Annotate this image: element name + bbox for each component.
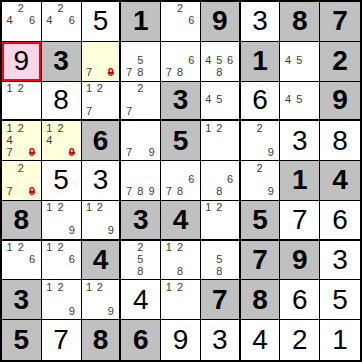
candidate-grid: 129 (84, 281, 117, 317)
candidate-digit: 7 (163, 67, 174, 79)
empty-candidate-slot (243, 174, 254, 186)
candidate-digit: 6 (186, 55, 197, 67)
sudoku-cell-r5c4[interactable]: 789 (121, 161, 161, 201)
empty-candidate-slot (203, 146, 214, 158)
candidate-digit: 7 (123, 146, 134, 158)
sudoku-cell-r4c5[interactable]: 5 (161, 121, 201, 161)
empty-candidate-slot (186, 254, 197, 266)
empty-candidate-slot (254, 174, 265, 186)
sudoku-cell-r7c2[interactable]: 126 (42, 241, 82, 281)
empty-candidate-slot (305, 94, 316, 106)
sudoku-cell-r8c7[interactable]: 8 (241, 280, 281, 320)
candidate-grid: 1249 (44, 122, 78, 158)
candidate-digit: 4 (203, 55, 214, 67)
solved-digit: 6 (252, 86, 268, 114)
empty-candidate-slot (174, 27, 185, 39)
candidate-digit: 4 (44, 134, 55, 146)
sudoku-cell-r5c1[interactable]: 279 (2, 161, 42, 201)
candidate-digit: 1 (203, 202, 214, 214)
candidate-grid: 129 (84, 202, 117, 237)
given-digit: 6 (133, 326, 149, 354)
empty-candidate-slot (163, 305, 174, 317)
empty-candidate-slot (55, 134, 66, 146)
empty-candidate-slot (44, 146, 55, 158)
sudoku-cell-r3c1[interactable]: 12 (2, 82, 42, 122)
sudoku-cell-r7c6[interactable]: 58 (201, 241, 241, 281)
empty-candidate-slot (123, 254, 134, 266)
candidate-grid: 578 (123, 43, 157, 79)
empty-candidate-slot (243, 146, 254, 158)
sudoku-cell-r8c2[interactable]: 129 (42, 280, 82, 320)
candidate-grid: 127 (84, 83, 117, 118)
empty-candidate-slot (84, 293, 95, 305)
empty-candidate-slot (55, 15, 66, 27)
empty-candidate-slot (214, 83, 225, 95)
empty-candidate-slot (174, 305, 185, 317)
sudoku-cell-r1c4[interactable]: 1 (121, 2, 161, 42)
candidate-digit: 1 (163, 281, 174, 293)
sudoku-cell-r5c8[interactable]: 1 (280, 161, 320, 201)
empty-candidate-slot (84, 225, 95, 237)
sudoku-cell-r4c6[interactable]: 12 (201, 121, 241, 161)
given-digit: 8 (14, 206, 30, 234)
empty-candidate-slot (146, 94, 157, 106)
sudoku-cell-r3c7[interactable]: 6 (241, 82, 281, 122)
solved-digit: 3 (93, 166, 109, 194)
empty-candidate-slot (163, 27, 174, 39)
sudoku-cell-r1c7[interactable]: 3 (241, 2, 281, 42)
empty-candidate-slot (265, 162, 276, 174)
empty-candidate-slot (146, 162, 157, 174)
given-digit: 6 (93, 127, 109, 155)
empty-candidate-slot (44, 27, 55, 39)
empty-candidate-slot (186, 186, 197, 198)
empty-candidate-slot (94, 43, 105, 55)
empty-candidate-slot (294, 83, 305, 95)
candidate-digit: 2 (214, 122, 225, 134)
solved-digit: 5 (53, 166, 69, 194)
empty-candidate-slot (243, 134, 254, 146)
candidate-digit: 9 (265, 186, 276, 198)
candidate-digit: 7 (4, 146, 15, 158)
empty-candidate-slot (294, 67, 305, 79)
sudoku-cell-r8c5[interactable]: 12 (161, 280, 201, 320)
empty-candidate-slot (4, 106, 15, 118)
empty-candidate-slot (105, 202, 116, 214)
sudoku-cell-r9c8[interactable]: 2 (280, 320, 320, 360)
empty-candidate-slot (225, 122, 236, 134)
sudoku-cell-r8c8[interactable]: 6 (280, 280, 320, 320)
empty-candidate-slot (123, 134, 134, 146)
empty-candidate-slot (214, 134, 225, 146)
sudoku-cell-r2c8[interactable]: 45 (280, 42, 320, 82)
empty-candidate-slot (146, 122, 157, 134)
candidate-digit: 8 (174, 67, 185, 79)
empty-candidate-slot (55, 213, 66, 225)
solved-digit: 9 (173, 326, 189, 354)
candidate-digit: 2 (174, 3, 185, 15)
sudoku-cell-r4c9[interactable]: 8 (320, 121, 360, 161)
empty-candidate-slot (305, 83, 316, 95)
empty-candidate-slot (135, 106, 146, 118)
empty-candidate-slot (203, 242, 214, 254)
sudoku-cell-r5c3[interactable]: 3 (82, 161, 122, 201)
empty-candidate-slot (225, 162, 236, 174)
empty-candidate-slot (214, 43, 225, 55)
candidate-digit: 2 (254, 162, 265, 174)
empty-candidate-slot (27, 242, 38, 254)
candidate-digit: 6 (186, 174, 197, 186)
sudoku-cell-r1c9[interactable]: 7 (320, 2, 360, 42)
sudoku-cell-r6c8[interactable]: 7 (280, 201, 320, 241)
sudoku-cell-r5c2[interactable]: 5 (42, 161, 82, 201)
empty-candidate-slot (135, 146, 146, 158)
candidate-digit: 8 (135, 186, 146, 198)
empty-candidate-slot (84, 55, 95, 67)
empty-candidate-slot (44, 293, 55, 305)
empty-candidate-slot (94, 293, 105, 305)
empty-candidate-slot (66, 213, 77, 225)
eliminated-candidate-digit: 9 (66, 146, 77, 158)
sudoku-cell-r5c6[interactable]: 68 (201, 161, 241, 201)
sudoku-cell-r4c2[interactable]: 1249 (42, 121, 82, 161)
sudoku-cell-r7c8[interactable]: 9 (280, 241, 320, 281)
candidate-grid: 789 (123, 162, 157, 198)
empty-candidate-slot (55, 293, 66, 305)
empty-candidate-slot (254, 146, 265, 158)
candidate-digit: 7 (84, 67, 95, 79)
empty-candidate-slot (4, 162, 15, 174)
empty-candidate-slot (135, 43, 146, 55)
empty-candidate-slot (15, 106, 26, 118)
sudoku-cell-r8c4[interactable]: 4 (121, 280, 161, 320)
empty-candidate-slot (225, 67, 236, 79)
sudoku-cell-r8c9[interactable]: 5 (320, 280, 360, 320)
sudoku-cell-r1c1[interactable]: 246 (2, 2, 42, 42)
sudoku-cell-r3c2[interactable]: 8 (42, 82, 82, 122)
sudoku-cell-r3c4[interactable]: 27 (121, 82, 161, 122)
sudoku-cell-r4c8[interactable]: 3 (280, 121, 320, 161)
empty-candidate-slot (15, 266, 26, 278)
empty-candidate-slot (225, 43, 236, 55)
sudoku-cell-r2c9[interactable]: 2 (320, 42, 360, 82)
empty-candidate-slot (55, 254, 66, 266)
candidate-digit: 4 (4, 15, 15, 27)
empty-candidate-slot (186, 305, 197, 317)
empty-candidate-slot (282, 106, 293, 118)
empty-candidate-slot (4, 27, 15, 39)
sudoku-cell-r8c1[interactable]: 3 (2, 280, 42, 320)
sudoku-cell-r5c7[interactable]: 29 (241, 161, 281, 201)
given-digit: 1 (252, 47, 268, 75)
sudoku-cell-r7c9[interactable]: 3 (320, 241, 360, 281)
sudoku-cell-r8c6[interactable]: 7 (201, 280, 241, 320)
candidate-digit: 6 (66, 15, 77, 27)
empty-candidate-slot (186, 67, 197, 79)
candidate-digit: 2 (94, 202, 105, 214)
sudoku-cell-r7c7[interactable]: 7 (241, 241, 281, 281)
empty-candidate-slot (163, 15, 174, 27)
candidate-grid: 246 (44, 3, 78, 39)
given-digit: 7 (212, 286, 228, 314)
sudoku-cell-r2c4[interactable]: 578 (121, 42, 161, 82)
candidate-digit: 2 (15, 83, 26, 95)
empty-candidate-slot (174, 55, 185, 67)
candidate-digit: 2 (94, 281, 105, 293)
candidate-digit: 4 (44, 15, 55, 27)
sudoku-cell-r1c2[interactable]: 246 (42, 2, 82, 42)
empty-candidate-slot (94, 305, 105, 317)
empty-candidate-slot (225, 213, 236, 225)
empty-candidate-slot (27, 94, 38, 106)
sudoku-cell-r9c4[interactable]: 6 (121, 320, 161, 360)
sudoku-cell-r9c1[interactable]: 5 (2, 320, 42, 360)
given-digit: 4 (332, 166, 348, 194)
empty-candidate-slot (27, 106, 38, 118)
empty-candidate-slot (15, 146, 26, 158)
empty-candidate-slot (27, 83, 38, 95)
solved-digit: 8 (53, 86, 69, 114)
sudoku-cell-r2c2[interactable]: 3 (42, 42, 82, 82)
empty-candidate-slot (15, 134, 26, 146)
candidate-grid: 129 (44, 281, 78, 317)
sudoku-cell-r3c9[interactable]: 9 (320, 82, 360, 122)
candidate-digit: 7 (163, 186, 174, 198)
empty-candidate-slot (174, 162, 185, 174)
empty-candidate-slot (15, 15, 26, 27)
sudoku-cell-r6c2[interactable]: 129 (42, 201, 82, 241)
candidate-digit: 2 (55, 202, 66, 214)
candidate-grid: 79 (123, 122, 157, 158)
empty-candidate-slot (84, 94, 95, 106)
candidate-digit: 1 (4, 83, 15, 95)
empty-candidate-slot (186, 43, 197, 55)
empty-candidate-slot (265, 134, 276, 146)
sudoku-cell-r2c6[interactable]: 4568 (201, 42, 241, 82)
sudoku-cell-r4c7[interactable]: 29 (241, 121, 281, 161)
candidate-grid: 126 (44, 242, 78, 278)
empty-candidate-slot (305, 67, 316, 79)
given-digit: 1 (292, 166, 308, 194)
sudoku-cell-r7c5[interactable]: 128 (161, 241, 201, 281)
sudoku-cell-r3c8[interactable]: 45 (280, 82, 320, 122)
sudoku-cell-r5c9[interactable]: 4 (320, 161, 360, 201)
empty-candidate-slot (123, 43, 134, 55)
empty-candidate-slot (123, 94, 134, 106)
empty-candidate-slot (123, 162, 134, 174)
sudoku-cell-r3c5[interactable]: 3 (161, 82, 201, 122)
solved-digit: 3 (212, 326, 228, 354)
empty-candidate-slot (4, 94, 15, 106)
given-digit: 3 (173, 86, 189, 114)
candidate-digit: 2 (15, 3, 26, 15)
candidate-digit: 8 (214, 266, 225, 278)
sudoku-cell-r6c5[interactable]: 4 (161, 201, 201, 241)
sudoku-cell-r3c3[interactable]: 127 (82, 82, 122, 122)
solved-digit: 2 (292, 326, 308, 354)
sudoku-cell-r5c5[interactable]: 678 (161, 161, 201, 201)
empty-candidate-slot (15, 254, 26, 266)
empty-candidate-slot (146, 242, 157, 254)
sudoku-cell-r6c4[interactable]: 3 (121, 201, 161, 241)
empty-candidate-slot (174, 15, 185, 27)
sudoku-cell-r9c9[interactable]: 1 (320, 320, 360, 360)
sudoku-board: 2462465126938793795786784568145212812727… (0, 0, 362, 362)
candidate-digit: 2 (174, 242, 185, 254)
candidate-digit: 2 (55, 242, 66, 254)
candidate-digit: 2 (135, 83, 146, 95)
given-digit: 3 (133, 206, 149, 234)
empty-candidate-slot (294, 43, 305, 55)
solved-digit: 9 (14, 47, 30, 75)
candidate-grid: 26 (163, 3, 197, 39)
sudoku-cell-r7c3[interactable]: 4 (82, 241, 122, 281)
candidate-grid: 12 (163, 281, 197, 317)
solved-digit: 6 (292, 286, 308, 314)
candidate-digit: 2 (15, 122, 26, 134)
candidate-digit: 8 (214, 67, 225, 79)
sudoku-cell-r9c6[interactable]: 3 (201, 320, 241, 360)
empty-candidate-slot (254, 134, 265, 146)
candidate-digit: 6 (27, 254, 38, 266)
candidate-grid: 29 (243, 122, 277, 158)
empty-candidate-slot (146, 254, 157, 266)
sudoku-cell-r6c3[interactable]: 129 (82, 201, 122, 241)
candidate-digit: 9 (146, 186, 157, 198)
empty-candidate-slot (186, 27, 197, 39)
candidate-digit: 8 (135, 266, 146, 278)
solved-digit: 1 (332, 326, 348, 354)
candidate-digit: 4 (203, 94, 214, 106)
sudoku-cell-r1c5[interactable]: 26 (161, 2, 201, 42)
sudoku-cell-r6c6[interactable]: 12 (201, 201, 241, 241)
empty-candidate-slot (146, 106, 157, 118)
empty-candidate-slot (174, 254, 185, 266)
candidate-digit: 9 (265, 146, 276, 158)
sudoku-cell-r2c5[interactable]: 678 (161, 42, 201, 82)
empty-candidate-slot (94, 106, 105, 118)
sudoku-cell-r1c8[interactable]: 8 (280, 2, 320, 42)
candidate-digit: 1 (44, 281, 55, 293)
sudoku-cell-r8c3[interactable]: 129 (82, 280, 122, 320)
empty-candidate-slot (15, 186, 26, 198)
empty-candidate-slot (282, 83, 293, 95)
candidate-grid: 12 (203, 202, 236, 237)
empty-candidate-slot (94, 55, 105, 67)
sudoku-cell-r1c3[interactable]: 5 (82, 2, 122, 42)
empty-candidate-slot (174, 174, 185, 186)
candidate-digit: 4 (4, 134, 15, 146)
empty-candidate-slot (225, 146, 236, 158)
empty-candidate-slot (123, 242, 134, 254)
sudoku-cell-r9c5[interactable]: 9 (161, 320, 201, 360)
empty-candidate-slot (305, 106, 316, 118)
empty-candidate-slot (15, 94, 26, 106)
empty-candidate-slot (135, 94, 146, 106)
candidate-digit: 2 (55, 3, 66, 15)
given-digit: 9 (212, 7, 228, 35)
empty-candidate-slot (44, 3, 55, 15)
empty-candidate-slot (214, 225, 225, 237)
sudoku-cell-r2c7[interactable]: 1 (241, 42, 281, 82)
given-digit: 4 (93, 246, 109, 274)
candidate-grid: 126 (4, 242, 38, 278)
candidate-digit: 2 (94, 83, 105, 95)
empty-candidate-slot (214, 174, 225, 186)
empty-candidate-slot (203, 213, 214, 225)
sudoku-cell-r3c6[interactable]: 45 (201, 82, 241, 122)
empty-candidate-slot (146, 174, 157, 186)
empty-candidate-slot (186, 293, 197, 305)
empty-candidate-slot (203, 43, 214, 55)
sudoku-cell-r4c1[interactable]: 12479 (2, 121, 42, 161)
candidate-digit: 8 (214, 186, 225, 198)
eliminated-candidate-digit: 9 (105, 67, 116, 79)
sudoku-cell-r7c4[interactable]: 258 (121, 241, 161, 281)
empty-candidate-slot (135, 134, 146, 146)
empty-candidate-slot (55, 146, 66, 158)
empty-candidate-slot (66, 27, 77, 39)
candidate-digit: 2 (214, 202, 225, 214)
empty-candidate-slot (27, 134, 38, 146)
empty-candidate-slot (214, 242, 225, 254)
candidate-digit: 2 (15, 242, 26, 254)
empty-candidate-slot (203, 186, 214, 198)
sudoku-cell-r6c7[interactable]: 5 (241, 201, 281, 241)
sudoku-cell-r2c1[interactable]: 9 (2, 42, 42, 82)
solved-digit: 3 (292, 127, 308, 155)
candidate-grid: 12 (4, 83, 38, 118)
empty-candidate-slot (66, 281, 77, 293)
sudoku-cell-r1c6[interactable]: 9 (201, 2, 241, 42)
candidate-grid: 128 (163, 242, 197, 278)
empty-candidate-slot (94, 213, 105, 225)
candidate-digit: 8 (174, 266, 185, 278)
solved-digit: 7 (292, 206, 308, 234)
candidate-digit: 9 (146, 146, 157, 158)
sudoku-cell-r6c1[interactable]: 8 (2, 201, 42, 241)
candidate-digit: 1 (44, 122, 55, 134)
empty-candidate-slot (123, 83, 134, 95)
sudoku-cell-r9c2[interactable]: 7 (42, 320, 82, 360)
sudoku-cell-r9c3[interactable]: 8 (82, 320, 122, 360)
solved-digit: 3 (252, 7, 268, 35)
empty-candidate-slot (4, 3, 15, 15)
empty-candidate-slot (135, 162, 146, 174)
empty-candidate-slot (305, 43, 316, 55)
sudoku-cell-r6c9[interactable]: 6 (320, 201, 360, 241)
empty-candidate-slot (84, 43, 95, 55)
candidate-digit: 4 (282, 94, 293, 106)
empty-candidate-slot (203, 225, 214, 237)
candidate-digit: 6 (225, 174, 236, 186)
given-digit: 5 (14, 326, 30, 354)
candidate-digit: 7 (84, 106, 95, 118)
empty-candidate-slot (203, 106, 214, 118)
sudoku-cell-r4c3[interactable]: 6 (82, 121, 122, 161)
given-digit: 3 (53, 47, 69, 75)
sudoku-cell-r4c4[interactable]: 79 (121, 121, 161, 161)
candidate-digit: 6 (186, 15, 197, 27)
given-digit: 2 (332, 47, 348, 75)
sudoku-cell-r9c7[interactable]: 4 (241, 320, 281, 360)
solved-digit: 5 (93, 7, 109, 35)
given-digit: 3 (14, 286, 30, 314)
sudoku-cell-r7c1[interactable]: 126 (2, 241, 42, 281)
empty-candidate-slot (4, 254, 15, 266)
sudoku-cell-r2c3[interactable]: 79 (82, 42, 122, 82)
empty-candidate-slot (55, 27, 66, 39)
